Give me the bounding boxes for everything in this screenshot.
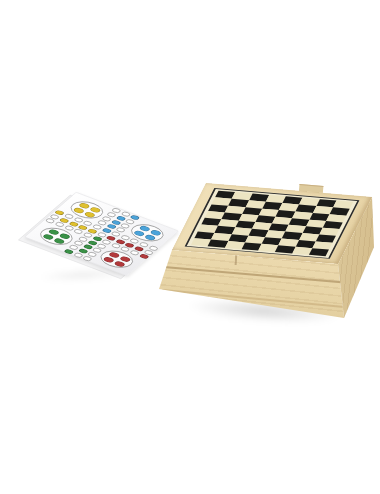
- checker-square: [309, 248, 329, 256]
- checkerboard-panel: [185, 188, 360, 259]
- box-lid: [172, 183, 372, 264]
- product-photo: [0, 0, 380, 494]
- lid-seam: [164, 266, 341, 283]
- checkerboard: [191, 191, 353, 257]
- ludo-board: [24, 192, 179, 276]
